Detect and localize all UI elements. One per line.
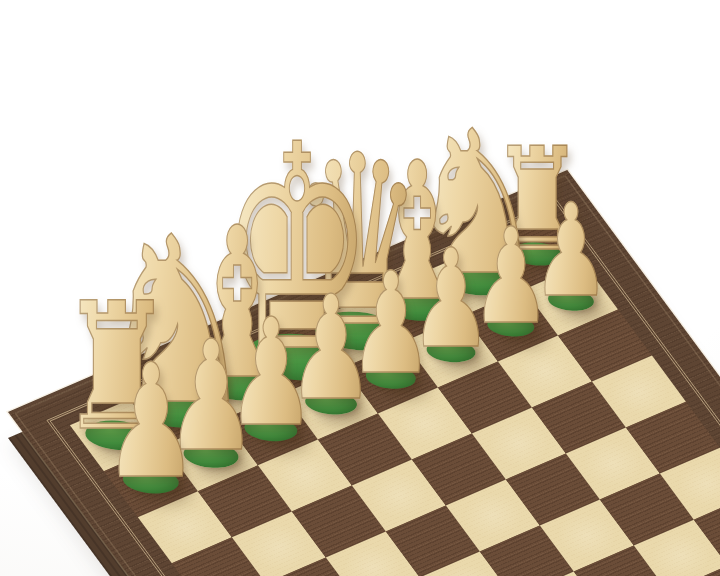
chessboard bbox=[8, 170, 720, 576]
caption: Angled product photograph of a wooden ch… bbox=[0, 0, 1, 1]
photo-canvas: ♜♞♝♚♛♝♞♜♟♟♟♟♟♟♟♟ Angled product photogra… bbox=[0, 0, 720, 576]
